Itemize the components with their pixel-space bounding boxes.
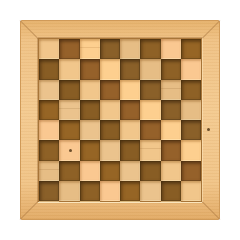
square-a4[interactable] xyxy=(39,120,59,140)
square-g2[interactable] xyxy=(161,161,181,181)
square-f3[interactable] xyxy=(140,140,160,160)
square-g1[interactable] xyxy=(161,181,181,201)
square-d2[interactable] xyxy=(100,161,120,181)
wood-grain-line xyxy=(161,88,181,89)
frame-miter-top-right xyxy=(201,20,221,40)
square-d8[interactable] xyxy=(100,39,120,59)
square-f7[interactable] xyxy=(140,59,160,79)
square-b4[interactable] xyxy=(59,120,79,140)
square-g8[interactable] xyxy=(161,39,181,59)
square-c1[interactable] xyxy=(80,181,100,201)
square-e3[interactable] xyxy=(120,140,140,160)
square-e1[interactable] xyxy=(120,181,140,201)
square-c4[interactable] xyxy=(80,120,100,140)
square-c8[interactable] xyxy=(80,39,100,59)
wood-knot xyxy=(69,149,72,152)
square-d3[interactable] xyxy=(100,140,120,160)
square-h7[interactable] xyxy=(181,59,201,79)
square-c3[interactable] xyxy=(80,140,100,160)
square-c5[interactable] xyxy=(80,100,100,120)
board-photo xyxy=(0,0,240,240)
square-b7[interactable] xyxy=(59,59,79,79)
square-f5[interactable] xyxy=(140,100,160,120)
square-d1[interactable] xyxy=(100,181,120,201)
square-e2[interactable] xyxy=(120,161,140,181)
wooden-frame xyxy=(20,20,220,220)
square-h8[interactable] xyxy=(181,39,201,59)
square-d6[interactable] xyxy=(100,80,120,100)
square-c7[interactable] xyxy=(80,59,100,79)
wood-grain-line xyxy=(39,169,59,170)
square-a3[interactable] xyxy=(39,140,59,160)
square-f8[interactable] xyxy=(140,39,160,59)
square-g6[interactable] xyxy=(161,80,181,100)
square-b8[interactable] xyxy=(59,39,79,59)
square-h3[interactable] xyxy=(181,140,201,160)
square-a5[interactable] xyxy=(39,100,59,120)
square-a1[interactable] xyxy=(39,181,59,201)
square-e4[interactable] xyxy=(120,120,140,140)
square-g5[interactable] xyxy=(161,100,181,120)
square-b1[interactable] xyxy=(59,181,79,201)
square-h4[interactable] xyxy=(181,120,201,140)
square-g3[interactable] xyxy=(161,140,181,160)
square-h6[interactable] xyxy=(181,80,201,100)
square-f6[interactable] xyxy=(140,80,160,100)
square-b2[interactable] xyxy=(59,161,79,181)
square-g7[interactable] xyxy=(161,59,181,79)
square-a2[interactable] xyxy=(39,161,59,181)
square-h2[interactable] xyxy=(181,161,201,181)
square-b5[interactable] xyxy=(59,100,79,120)
frame-miter-top-left xyxy=(20,20,40,40)
square-e5[interactable] xyxy=(120,100,140,120)
square-h5[interactable] xyxy=(181,100,201,120)
square-f4[interactable] xyxy=(140,120,160,140)
square-c6[interactable] xyxy=(80,80,100,100)
square-e8[interactable] xyxy=(120,39,140,59)
square-b6[interactable] xyxy=(59,80,79,100)
checkerboard-grid xyxy=(38,38,202,202)
square-d4[interactable] xyxy=(100,120,120,140)
square-g4[interactable] xyxy=(161,120,181,140)
square-a7[interactable] xyxy=(39,59,59,79)
frame-miter-bottom-right xyxy=(201,200,221,220)
square-f2[interactable] xyxy=(140,161,160,181)
square-e6[interactable] xyxy=(120,80,140,100)
square-d5[interactable] xyxy=(100,100,120,120)
square-a8[interactable] xyxy=(39,39,59,59)
frame-miter-bottom-left xyxy=(20,200,40,220)
square-a6[interactable] xyxy=(39,80,59,100)
square-e7[interactable] xyxy=(120,59,140,79)
wood-grain-line xyxy=(140,148,160,149)
wood-knot xyxy=(207,128,210,131)
square-f1[interactable] xyxy=(140,181,160,201)
square-c2[interactable] xyxy=(80,161,100,181)
square-d7[interactable] xyxy=(100,59,120,79)
wood-grain-line xyxy=(59,108,79,109)
wood-grain-line xyxy=(80,47,100,48)
square-h1[interactable] xyxy=(181,181,201,201)
